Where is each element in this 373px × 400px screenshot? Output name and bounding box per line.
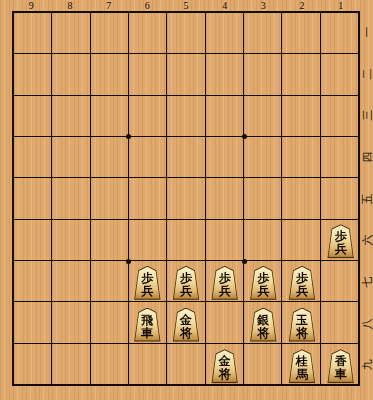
piece-face: 金将 — [212, 350, 238, 382]
board-cell-5-4[interactable] — [167, 137, 204, 177]
file-label-4: 4 — [215, 0, 235, 11]
board-cell-2-3[interactable] — [282, 96, 319, 136]
board-cell-8-1[interactable] — [52, 13, 89, 53]
board-cell-1-4[interactable] — [321, 137, 358, 177]
board-cell-9-6[interactable] — [14, 220, 51, 260]
board-cell-2-4[interactable] — [282, 137, 319, 177]
board-cell-1-5[interactable] — [321, 178, 358, 218]
board-cell-1-8[interactable] — [321, 302, 358, 342]
board-cell-1-7[interactable] — [321, 261, 358, 301]
rank-label-2: 二 — [361, 67, 373, 80]
rank-label-7: 七 — [361, 275, 373, 288]
board-cell-9-8[interactable] — [14, 302, 51, 342]
board-cell-3-4[interactable] — [244, 137, 281, 177]
board-cell-6-9[interactable] — [129, 344, 166, 384]
board-cell-5-3[interactable] — [167, 96, 204, 136]
board-cell-8-3[interactable] — [52, 96, 89, 136]
board-cell-9-9[interactable] — [14, 344, 51, 384]
piece-face: 銀将 — [250, 309, 276, 341]
star-point — [126, 259, 131, 264]
board-cell-3-3[interactable] — [244, 96, 281, 136]
board-cell-7-6[interactable] — [91, 220, 128, 260]
board-cell-8-8[interactable] — [52, 302, 89, 342]
piece-face: 飛車 — [134, 309, 160, 341]
board-cell-6-4[interactable] — [129, 137, 166, 177]
board-cell-7-3[interactable] — [91, 96, 128, 136]
file-label-3: 3 — [253, 0, 273, 11]
board-cell-4-6[interactable] — [206, 220, 243, 260]
board-cell-5-2[interactable] — [167, 54, 204, 94]
board-cell-6-3[interactable] — [129, 96, 166, 136]
file-label-1: 1 — [331, 0, 351, 11]
star-point — [242, 259, 247, 264]
board-cell-8-7[interactable] — [52, 261, 89, 301]
board-cell-7-5[interactable] — [91, 178, 128, 218]
board-cell-4-3[interactable] — [206, 96, 243, 136]
board-cell-7-9[interactable] — [91, 344, 128, 384]
board-cell-2-1[interactable] — [282, 13, 319, 53]
file-label-2: 2 — [292, 0, 312, 11]
rank-label-1: 一 — [361, 25, 373, 38]
board-cell-6-2[interactable] — [129, 54, 166, 94]
rank-label-8: 八 — [361, 317, 373, 330]
rank-label-3: 三 — [361, 109, 373, 122]
piece-face: 金将 — [173, 309, 199, 341]
file-label-6: 6 — [137, 0, 157, 11]
board-cell-5-5[interactable] — [167, 178, 204, 218]
rank-label-5: 五 — [361, 192, 373, 205]
board-cell-1-1[interactable] — [321, 13, 358, 53]
board-cell-4-2[interactable] — [206, 54, 243, 94]
piece-face: 玉将 — [289, 309, 315, 341]
board-cell-8-4[interactable] — [52, 137, 89, 177]
star-point — [242, 134, 247, 139]
board-cell-8-9[interactable] — [52, 344, 89, 384]
board-cell-4-1[interactable] — [206, 13, 243, 53]
file-label-7: 7 — [99, 0, 119, 11]
piece-face: 桂馬 — [289, 350, 315, 382]
board-cell-2-5[interactable] — [282, 178, 319, 218]
board-cell-9-3[interactable] — [14, 96, 51, 136]
piece-face: 歩兵 — [250, 267, 276, 299]
shogi-app: 987654321 一二三四五六七八九 歩兵歩兵歩兵歩兵歩兵歩兵飛車金将銀将玉将… — [0, 0, 373, 400]
board-cell-9-1[interactable] — [14, 13, 51, 53]
board-cell-7-8[interactable] — [91, 302, 128, 342]
board-cell-4-4[interactable] — [206, 137, 243, 177]
board-cell-5-9[interactable] — [167, 344, 204, 384]
rank-label-6: 六 — [361, 234, 373, 247]
file-label-5: 5 — [176, 0, 196, 11]
board-cell-8-2[interactable] — [52, 54, 89, 94]
board-cell-1-3[interactable] — [321, 96, 358, 136]
board-cell-3-2[interactable] — [244, 54, 281, 94]
piece-face: 歩兵 — [289, 267, 315, 299]
file-label-9: 9 — [21, 0, 41, 11]
board-cell-4-5[interactable] — [206, 178, 243, 218]
board-cell-6-1[interactable] — [129, 13, 166, 53]
board-cell-2-2[interactable] — [282, 54, 319, 94]
board-cell-7-4[interactable] — [91, 137, 128, 177]
board-cell-9-5[interactable] — [14, 178, 51, 218]
board-cell-2-6[interactable] — [282, 220, 319, 260]
board-cell-3-6[interactable] — [244, 220, 281, 260]
board-cell-3-5[interactable] — [244, 178, 281, 218]
piece-face: 歩兵 — [173, 267, 199, 299]
board-cell-5-6[interactable] — [167, 220, 204, 260]
board-cell-9-4[interactable] — [14, 137, 51, 177]
rank-label-9: 九 — [361, 359, 373, 372]
piece-face: 歩兵 — [328, 225, 354, 257]
board-cell-9-7[interactable] — [14, 261, 51, 301]
board-cell-9-2[interactable] — [14, 54, 51, 94]
piece-face: 香車 — [328, 350, 354, 382]
board-cell-7-7[interactable] — [91, 261, 128, 301]
board-cell-3-9[interactable] — [244, 344, 281, 384]
file-label-8: 8 — [60, 0, 80, 11]
board-cell-1-2[interactable] — [321, 54, 358, 94]
star-point — [126, 134, 131, 139]
board-cell-3-1[interactable] — [244, 13, 281, 53]
rank-label-4: 四 — [361, 150, 373, 163]
piece-face: 歩兵 — [212, 267, 238, 299]
board-cell-7-2[interactable] — [91, 54, 128, 94]
board-cell-5-1[interactable] — [167, 13, 204, 53]
board-cell-8-6[interactable] — [52, 220, 89, 260]
board-cell-4-8[interactable] — [206, 302, 243, 342]
board-cell-6-6[interactable] — [129, 220, 166, 260]
board-cell-6-5[interactable] — [129, 178, 166, 218]
board-cell-8-5[interactable] — [52, 178, 89, 218]
board-cell-7-1[interactable] — [91, 13, 128, 53]
piece-face: 歩兵 — [134, 267, 160, 299]
